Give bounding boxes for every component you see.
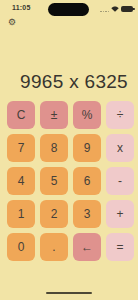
key-7[interactable]: 7 (7, 134, 35, 162)
key-add[interactable]: + (106, 200, 134, 228)
key-2[interactable]: 2 (40, 200, 68, 228)
key-3[interactable]: 3 (73, 200, 101, 228)
key-1[interactable]: 1 (7, 200, 35, 228)
key-percent[interactable]: % (73, 101, 101, 129)
key-5[interactable]: 5 (40, 167, 68, 195)
cellular-signal-icon (100, 6, 109, 12)
key-equals[interactable]: = (106, 233, 134, 261)
key-subtract[interactable]: - (106, 167, 134, 195)
dynamic-island (48, 3, 89, 16)
key-9[interactable]: 9 (73, 134, 101, 162)
key-plus-minus[interactable]: ± (40, 101, 68, 129)
key-clear[interactable]: C (7, 101, 35, 129)
status-time: 11:05 (12, 4, 31, 11)
battery-icon (121, 6, 133, 13)
wifi-icon (111, 6, 119, 12)
status-bar: 11:05 (0, 0, 138, 18)
calculator-keypad: C ± % ÷ 7 8 9 x 4 5 6 - 1 2 3 + 0 . ← = (7, 101, 134, 261)
key-backspace[interactable]: ← (73, 233, 101, 261)
key-8[interactable]: 8 (40, 134, 68, 162)
key-6[interactable]: 6 (73, 167, 101, 195)
home-indicator[interactable] (46, 292, 92, 295)
key-multiply[interactable]: x (106, 134, 134, 162)
key-decimal[interactable]: . (40, 233, 68, 261)
calculator-display: 9965 x 6325 (0, 71, 138, 93)
settings-gear-icon[interactable]: ⚙ (8, 18, 16, 27)
key-divide[interactable]: ÷ (106, 101, 134, 129)
key-0[interactable]: 0 (7, 233, 35, 261)
key-4[interactable]: 4 (7, 167, 35, 195)
